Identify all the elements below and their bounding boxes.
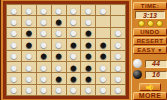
cell-f2[interactable]: ● [81,16,96,27]
cell-h3[interactable]: ● [111,28,126,39]
white-disc: ● [70,85,78,96]
white-disc: ● [40,73,48,84]
cell-g3[interactable] [96,28,111,39]
cell-g6[interactable]: ● [96,62,111,73]
white-disc: ● [10,62,18,73]
time-label: TIME: [133,2,167,10]
white-disc: ● [70,51,78,62]
reset-button[interactable]: RESERT [133,37,167,45]
cell-a3[interactable]: ● [7,28,22,39]
white-disc: ● [114,39,122,50]
white-disc: ● [114,85,122,96]
cell-a8[interactable]: ● [7,85,22,96]
white-count-display: 44 [145,60,167,68]
difficulty-label: EASY [137,47,155,53]
white-disc: ● [40,85,48,96]
cell-b2[interactable]: ● [22,16,37,27]
more-button[interactable]: MORE [133,92,167,100]
cell-d7[interactable]: ● [52,73,67,84]
cell-d4[interactable]: ● [52,39,67,50]
cell-g7[interactable]: ● [96,73,111,84]
cell-c1[interactable]: ● [37,5,52,16]
cell-g2[interactable] [96,16,111,27]
black-disc: ● [70,39,78,50]
cell-f3[interactable]: ● [81,28,96,39]
white-disc: ● [99,73,107,84]
white-disc: ● [40,62,48,73]
black-disc: ● [99,39,107,50]
black-disc: ● [25,28,33,39]
white-disc: ● [10,28,18,39]
black-disc: ● [70,73,78,84]
cell-a4[interactable]: ● [7,39,22,50]
cell-f1[interactable]: ● [81,5,96,16]
sidebar: TIME: 3:13 UNDO RESERT EASY ▼ 44 16 MO [131,0,167,100]
coin-icon [138,20,145,27]
white-disc: ● [25,85,33,96]
cell-f7[interactable]: ● [81,73,96,84]
white-disc: ● [25,73,33,84]
coins-row [138,20,163,27]
white-disc: ● [10,85,18,96]
cell-b3[interactable]: ● [22,28,37,39]
cell-h2[interactable] [111,16,126,27]
white-disc: ● [84,16,92,27]
white-score-row: 44 [133,59,167,68]
cell-e7[interactable]: ● [67,73,82,84]
difficulty-dropdown[interactable]: EASY ▼ [133,46,167,54]
white-disc: ● [25,5,33,16]
cell-e3[interactable]: ● [67,28,82,39]
chevron-down-icon: ▼ [157,47,162,53]
white-disc-icon [133,59,142,68]
black-disc: ● [70,62,78,73]
white-disc: ● [25,62,33,73]
white-disc: ● [99,5,107,16]
cell-e6[interactable]: ● [67,62,82,73]
white-disc: ● [99,85,107,96]
cell-a1[interactable]: ● [7,5,22,16]
cell-e1[interactable]: ● [67,5,82,16]
cell-h1[interactable] [111,5,126,16]
black-disc: ● [25,39,33,50]
black-disc-icon [133,70,142,79]
white-disc: ● [40,28,48,39]
white-disc: ● [55,5,63,16]
coin-icon [147,20,154,27]
cell-c4[interactable]: ● [37,39,52,50]
black-score-row: 16 [133,70,167,79]
cell-b7[interactable]: ● [22,73,37,84]
cell-d1[interactable]: ● [52,5,67,16]
white-disc: ● [10,16,18,27]
white-disc: ● [25,51,33,62]
white-disc: ● [70,5,78,16]
cell-a5[interactable]: ● [7,51,22,62]
white-disc: ● [55,28,63,39]
white-disc: ● [114,62,122,73]
cell-a7[interactable]: ● [7,73,22,84]
white-disc: ● [114,73,122,84]
black-disc: ● [84,28,92,39]
white-disc: ● [10,5,18,16]
cell-f4[interactable]: ● [81,39,96,50]
black-disc: ● [84,73,92,84]
cell-b5[interactable]: ● [22,51,37,62]
white-disc: ● [25,16,33,27]
white-disc: ● [114,51,122,62]
cell-c8[interactable]: ● [37,85,52,96]
cell-c7[interactable]: ● [37,73,52,84]
cell-d3[interactable]: ● [52,28,67,39]
white-disc: ● [10,73,18,84]
cell-g4[interactable]: ● [96,39,111,50]
black-disc: ● [84,39,92,50]
cell-c6[interactable]: ● [37,62,52,73]
coin-icon [156,20,163,27]
cell-d8[interactable]: ● [52,85,67,96]
white-disc: ● [55,39,63,50]
cell-f6[interactable]: ● [81,62,96,73]
cell-d2[interactable]: ● [52,16,67,27]
black-disc: ● [84,51,92,62]
cell-h7[interactable]: ● [111,73,126,84]
cell-c3[interactable]: ● [37,28,52,39]
cell-h4[interactable]: ● [111,39,126,50]
white-disc: ● [40,39,48,50]
othello-game-window: ●●●●●●●●●●●●●●●●●●●●●●●●●●●●●●●●●●●●●●●●… [0,0,167,100]
cell-g8[interactable]: ● [96,85,111,96]
time-display: 3:13 [135,11,165,19]
white-disc: ● [55,85,63,96]
undo-button[interactable]: UNDO [133,28,167,36]
white-disc: ● [40,5,48,16]
black-disc: ● [84,62,92,73]
white-disc: ● [70,28,78,39]
black-disc: ● [55,51,63,62]
cell-b6[interactable]: ● [22,62,37,73]
black-disc: ● [55,16,63,27]
cell-b4[interactable]: ● [22,39,37,50]
cell-e5[interactable]: ● [67,51,82,62]
speaker-icon [146,84,155,91]
white-disc: ● [55,62,63,73]
cell-h8[interactable]: ● [111,85,126,96]
cell-b8[interactable]: ● [22,85,37,96]
board-frame: ●●●●●●●●●●●●●●●●●●●●●●●●●●●●●●●●●●●●●●●●… [3,1,129,99]
white-disc: ● [40,16,48,27]
othello-board: ●●●●●●●●●●●●●●●●●●●●●●●●●●●●●●●●●●●●●●●●… [6,4,126,96]
cell-c5[interactable]: ● [37,51,52,62]
cell-f5[interactable]: ● [81,51,96,62]
cell-b1[interactable]: ● [22,5,37,16]
cell-e4[interactable]: ● [67,39,82,50]
cell-g1[interactable]: ● [96,5,111,16]
cell-e2[interactable]: ● [67,16,82,27]
cell-d5[interactable]: ● [52,51,67,62]
sound-button[interactable] [139,83,161,91]
cell-h5[interactable]: ● [111,51,126,62]
white-disc: ● [99,62,107,73]
white-disc: ● [114,28,122,39]
cell-a6[interactable]: ● [7,62,22,73]
black-disc: ● [55,73,63,84]
black-disc: ● [40,51,48,62]
cell-g5[interactable]: ● [96,51,111,62]
white-disc: ● [84,5,92,16]
cell-a2[interactable]: ● [7,16,22,27]
cell-e8[interactable]: ● [67,85,82,96]
cell-f8[interactable]: ● [81,85,96,96]
cell-h6[interactable]: ● [111,62,126,73]
white-disc: ● [84,85,92,96]
black-count-display: 16 [145,71,167,79]
white-disc: ● [10,51,18,62]
cell-d6[interactable]: ● [52,62,67,73]
cell-c2[interactable]: ● [37,16,52,27]
white-disc: ● [70,16,78,27]
white-disc: ● [10,39,18,50]
black-disc: ● [99,51,107,62]
